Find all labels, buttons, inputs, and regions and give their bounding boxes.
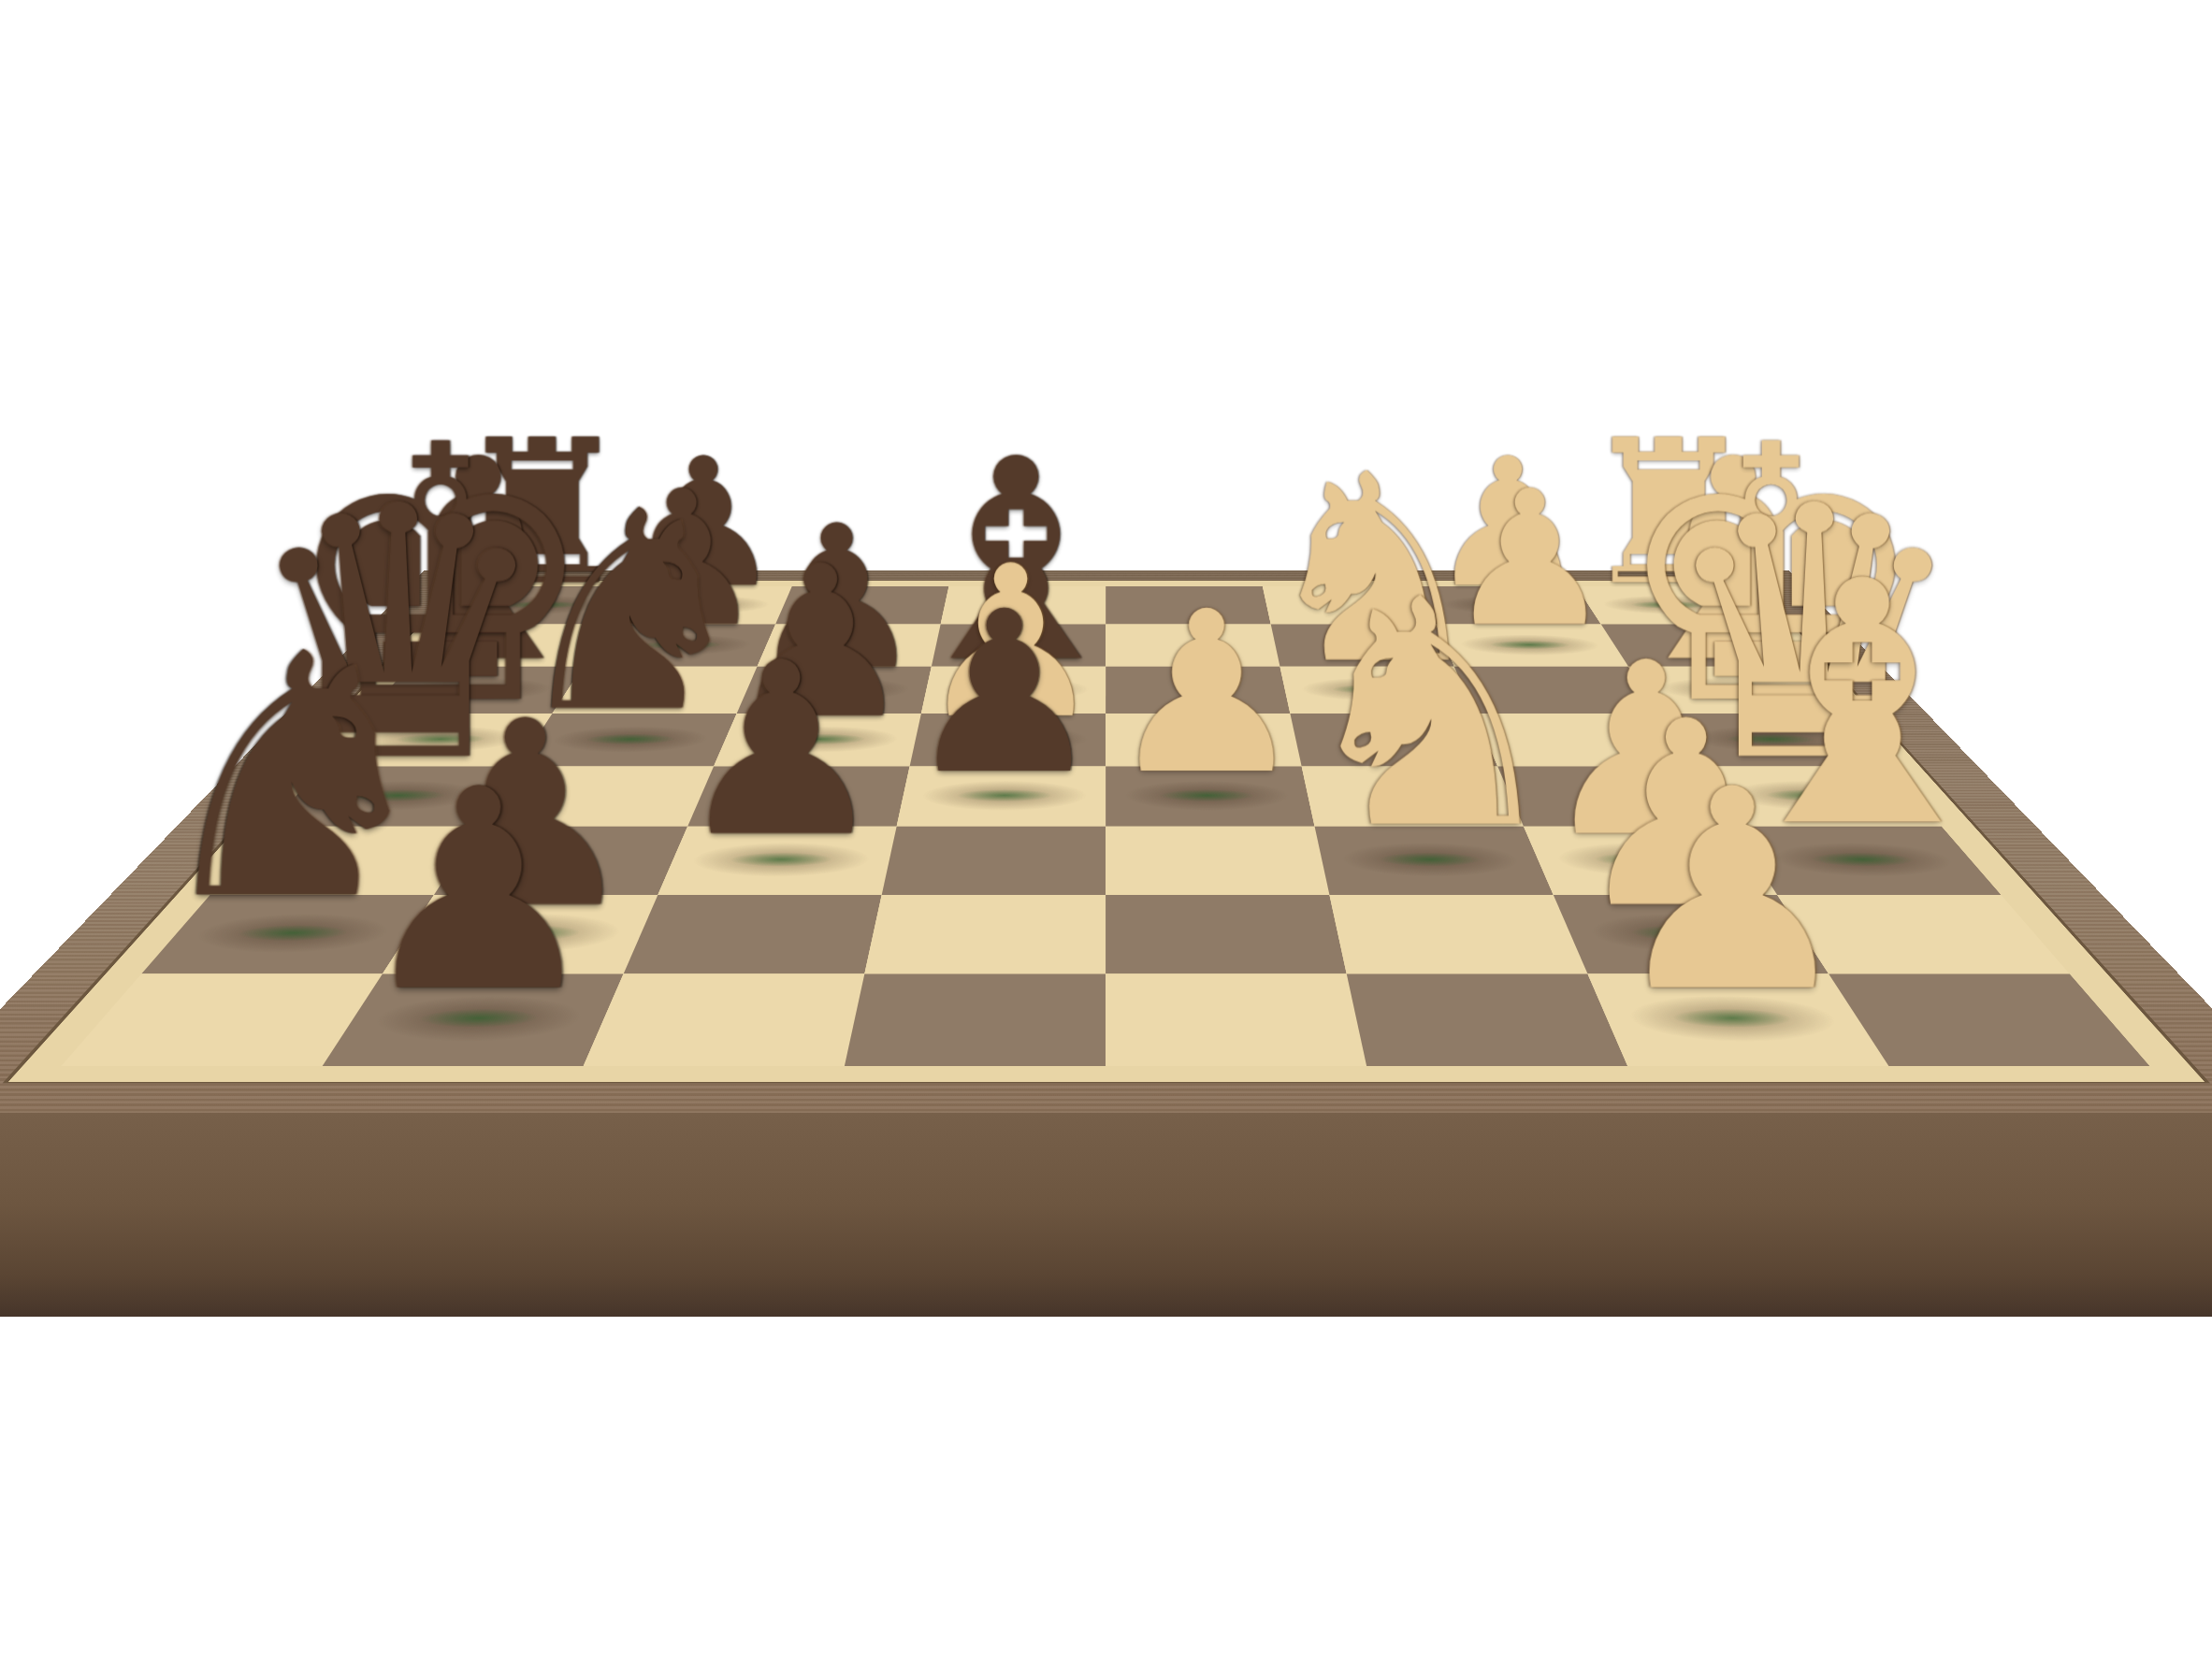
piece-anchor-d4: ♟: [1106, 767, 1314, 827]
square-c5[interactable]: [881, 827, 1105, 895]
scene: ♜♝♚♛♞♟♟♞♟♟♟♟♟♝♟♟♟♞♞♟♟♟♟♟♜♝♚♛♝: [0, 0, 2212, 1658]
square-b3[interactable]: [1329, 895, 1587, 973]
white-knight-c3[interactable]: ♞: [1289, 571, 1569, 859]
piece-anchor-c6: ♟: [658, 827, 896, 895]
square-a4[interactable]: [1106, 973, 1366, 1066]
black-pawn-c6[interactable]: ♟: [674, 640, 889, 859]
square-b5[interactable]: [864, 895, 1106, 973]
photo-canvas: ♜♝♚♛♞♟♟♞♟♟♟♟♟♝♟♟♟♞♞♟♟♟♟♟♜♝♚♛♝: [0, 0, 2212, 1658]
square-a5[interactable]: [844, 973, 1105, 1066]
piece-anchor-d5: ♟: [896, 767, 1106, 827]
square-a6[interactable]: [583, 973, 864, 1066]
square-b6[interactable]: [623, 895, 881, 973]
white-pawn-a2[interactable]: ♟: [1608, 764, 1856, 1018]
white-pawn-d4[interactable]: ♟: [1106, 590, 1307, 796]
piece-anchor-c3: ♞: [1314, 827, 1553, 895]
piece-anchor-a2: ♟: [1587, 973, 1888, 1066]
board-grid: ♜♝♚♛♞♟♟♞♟♟♟♟♟♝♟♟♟♞♞♟♟♟♟♟♜♝♚♛♝: [60, 586, 2151, 1067]
square-a3[interactable]: [1346, 973, 1626, 1066]
piece-anchor-a7: ♟: [322, 973, 623, 1066]
square-b4[interactable]: [1106, 895, 1347, 973]
black-pawn-a7[interactable]: ♟: [354, 764, 602, 1018]
board-frame-front-face: [0, 1113, 2212, 1317]
chess-board: ♜♝♚♛♞♟♟♞♟♟♟♟♟♝♟♟♟♞♞♟♟♟♟♟♜♝♚♛♝: [0, 570, 2212, 1113]
black-pawn-d5[interactable]: ♟: [904, 590, 1105, 796]
